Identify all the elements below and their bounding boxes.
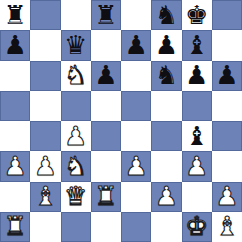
square-g1[interactable]: ♚: [182, 212, 212, 242]
square-d1[interactable]: [91, 212, 121, 242]
square-c7[interactable]: ♛: [61, 30, 91, 60]
square-h8[interactable]: [212, 0, 242, 30]
piece-white-pawn[interactable]: ♟︎: [124, 153, 147, 180]
square-a6[interactable]: [0, 61, 30, 91]
piece-black-pawn[interactable]: ♟︎: [94, 62, 117, 89]
piece-white-pawn[interactable]: ♟︎: [34, 153, 57, 180]
piece-black-pawn[interactable]: ♟︎: [3, 32, 26, 59]
square-g5[interactable]: [182, 91, 212, 121]
square-b7[interactable]: [30, 30, 60, 60]
piece-white-pawn[interactable]: ♟︎: [215, 183, 238, 210]
square-b4[interactable]: [30, 121, 60, 151]
square-a8[interactable]: ♜: [0, 0, 30, 30]
piece-white-pawn[interactable]: ♟︎: [185, 153, 208, 180]
square-a5[interactable]: [0, 91, 30, 121]
piece-white-queen[interactable]: ♛: [64, 183, 87, 210]
square-g7[interactable]: ♝: [182, 30, 212, 60]
piece-black-knight[interactable]: ♞: [155, 2, 178, 29]
piece-white-bishop[interactable]: ♝: [215, 213, 238, 240]
square-f5[interactable]: [151, 91, 181, 121]
square-b8[interactable]: [30, 0, 60, 30]
piece-black-knight[interactable]: ♞: [155, 62, 178, 89]
square-e2[interactable]: [121, 182, 151, 212]
square-a1[interactable]: ♜: [0, 212, 30, 242]
piece-white-king[interactable]: ♚: [185, 213, 208, 240]
piece-white-knight[interactable]: ♞: [64, 62, 87, 89]
square-g4[interactable]: ♝: [182, 121, 212, 151]
square-f2[interactable]: ♟︎: [151, 182, 181, 212]
square-g6[interactable]: ♟︎: [182, 61, 212, 91]
piece-white-pawn[interactable]: ♟︎: [3, 153, 26, 180]
piece-black-rook[interactable]: ♜: [3, 2, 26, 29]
piece-black-rook[interactable]: ♜: [94, 2, 117, 29]
piece-white-bishop[interactable]: ♝: [34, 183, 57, 210]
square-e5[interactable]: [121, 91, 151, 121]
piece-black-pawn[interactable]: ♟︎: [124, 32, 147, 59]
square-d5[interactable]: [91, 91, 121, 121]
square-c3[interactable]: ♞: [61, 151, 91, 181]
square-c8[interactable]: [61, 0, 91, 30]
piece-black-bishop[interactable]: ♝: [185, 32, 208, 59]
square-h4[interactable]: [212, 121, 242, 151]
piece-white-pawn[interactable]: ♟︎: [155, 183, 178, 210]
square-h1[interactable]: ♝: [212, 212, 242, 242]
square-a3[interactable]: ♟︎: [0, 151, 30, 181]
square-d4[interactable]: [91, 121, 121, 151]
square-c6[interactable]: ♞: [61, 61, 91, 91]
square-b6[interactable]: [30, 61, 60, 91]
square-d8[interactable]: ♜: [91, 0, 121, 30]
square-f7[interactable]: ♟︎: [151, 30, 181, 60]
square-g2[interactable]: [182, 182, 212, 212]
square-b3[interactable]: ♟︎: [30, 151, 60, 181]
piece-white-knight[interactable]: ♞: [64, 153, 87, 180]
piece-white-pawn[interactable]: ♟︎: [64, 123, 87, 150]
piece-black-pawn[interactable]: ♟︎: [215, 62, 238, 89]
square-d3[interactable]: [91, 151, 121, 181]
square-f3[interactable]: [151, 151, 181, 181]
square-d2[interactable]: ♜: [91, 182, 121, 212]
square-b2[interactable]: ♝: [30, 182, 60, 212]
chess-board-widget: ♜♜♞♚♟︎♛♟︎♟︎♝♞♟︎♞♟︎♟︎♟︎♝♟︎♟︎♞♟︎♟︎♝♛♜♟︎♟︎♜…: [0, 0, 242, 242]
square-h5[interactable]: [212, 91, 242, 121]
square-a7[interactable]: ♟︎: [0, 30, 30, 60]
square-h7[interactable]: [212, 30, 242, 60]
piece-white-rook[interactable]: ♜: [94, 183, 117, 210]
square-d7[interactable]: [91, 30, 121, 60]
square-g3[interactable]: ♟︎: [182, 151, 212, 181]
square-h3[interactable]: [212, 151, 242, 181]
square-h6[interactable]: ♟︎: [212, 61, 242, 91]
square-e1[interactable]: [121, 212, 151, 242]
piece-black-pawn[interactable]: ♟︎: [185, 62, 208, 89]
square-a4[interactable]: [0, 121, 30, 151]
square-g8[interactable]: ♚: [182, 0, 212, 30]
square-f4[interactable]: [151, 121, 181, 151]
square-c4[interactable]: ♟︎: [61, 121, 91, 151]
square-e7[interactable]: ♟︎: [121, 30, 151, 60]
square-h2[interactable]: ♟︎: [212, 182, 242, 212]
square-d6[interactable]: ♟︎: [91, 61, 121, 91]
square-f6[interactable]: ♞: [151, 61, 181, 91]
square-f8[interactable]: ♞: [151, 0, 181, 30]
square-e3[interactable]: ♟︎: [121, 151, 151, 181]
chess-board: ♜♜♞♚♟︎♛♟︎♟︎♝♞♟︎♞♟︎♟︎♟︎♝♟︎♟︎♞♟︎♟︎♝♛♜♟︎♟︎♜…: [0, 0, 242, 242]
piece-black-bishop[interactable]: ♝: [185, 123, 208, 150]
piece-black-pawn[interactable]: ♟︎: [155, 32, 178, 59]
square-e4[interactable]: [121, 121, 151, 151]
piece-black-queen[interactable]: ♛: [64, 32, 87, 59]
square-b5[interactable]: [30, 91, 60, 121]
square-c5[interactable]: [61, 91, 91, 121]
square-b1[interactable]: [30, 212, 60, 242]
piece-white-rook[interactable]: ♜: [3, 213, 26, 240]
piece-black-king[interactable]: ♚: [185, 2, 208, 29]
square-e6[interactable]: [121, 61, 151, 91]
square-f1[interactable]: [151, 212, 181, 242]
square-e8[interactable]: [121, 0, 151, 30]
square-a2[interactable]: [0, 182, 30, 212]
square-c1[interactable]: [61, 212, 91, 242]
square-c2[interactable]: ♛: [61, 182, 91, 212]
